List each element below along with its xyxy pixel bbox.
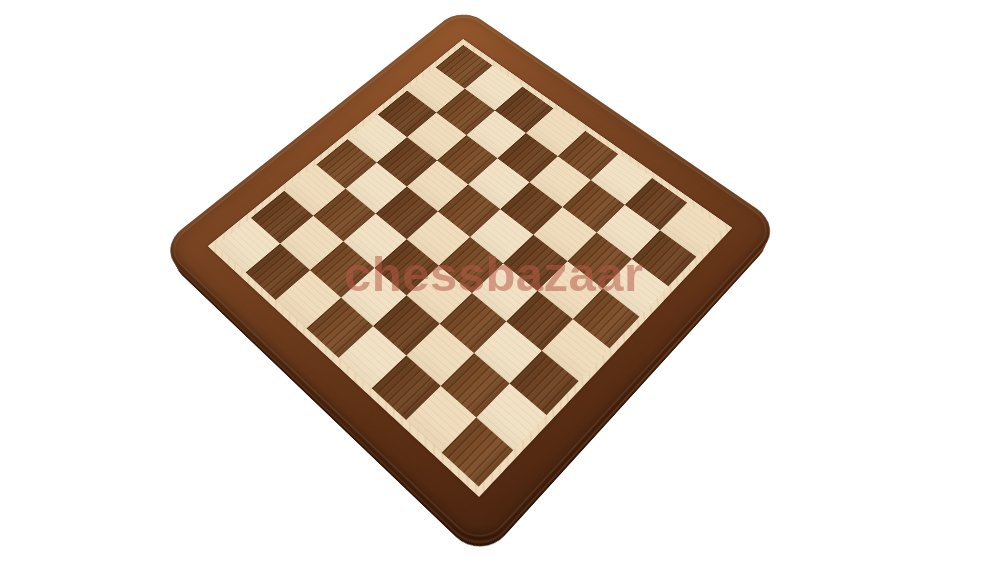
playing-field [217, 45, 724, 487]
board-perspective-stage [0, 0, 1000, 562]
product-photo-canvas: chessbazaar [0, 0, 1000, 562]
chessboard [158, 7, 782, 556]
board-top-face [158, 7, 782, 556]
